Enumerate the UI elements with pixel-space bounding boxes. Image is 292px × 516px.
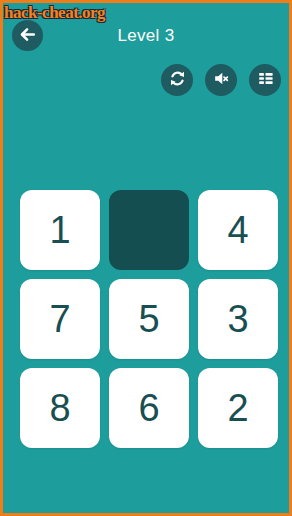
tile-6[interactable]: 6 bbox=[109, 368, 189, 448]
level-title: Level 3 bbox=[3, 26, 289, 46]
tile-1[interactable]: 1 bbox=[20, 190, 100, 270]
tile-7[interactable]: 7 bbox=[20, 279, 100, 359]
mute-button[interactable] bbox=[205, 64, 237, 96]
volume-muted-icon bbox=[212, 69, 231, 91]
refresh-icon bbox=[168, 69, 187, 91]
watermark: hack-cheat.org bbox=[4, 3, 105, 23]
tile-5[interactable]: 5 bbox=[109, 279, 189, 359]
tile-4[interactable]: 4 bbox=[198, 190, 278, 270]
empty-cell bbox=[109, 190, 189, 270]
tile-8[interactable]: 8 bbox=[20, 368, 100, 448]
game-screen: hack-cheat.org Level 3 bbox=[0, 0, 292, 516]
list-menu-icon bbox=[256, 69, 275, 91]
tile-2[interactable]: 2 bbox=[198, 368, 278, 448]
tile-3[interactable]: 3 bbox=[198, 279, 278, 359]
puzzle-board: 14753862 bbox=[20, 190, 278, 448]
restart-button[interactable] bbox=[161, 64, 193, 96]
levels-menu-button[interactable] bbox=[249, 64, 281, 96]
